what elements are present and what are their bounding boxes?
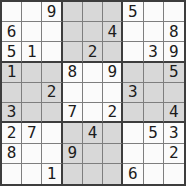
cell-r1c2[interactable]	[22, 2, 42, 22]
cell-r5c2[interactable]	[22, 83, 42, 103]
cell-r7c2[interactable]: 7	[22, 123, 42, 143]
cell-r7c8[interactable]: 5	[144, 123, 164, 143]
cell-r3c6[interactable]	[103, 42, 123, 62]
cell-r5c8[interactable]	[144, 83, 164, 103]
cell-r9c5[interactable]	[83, 164, 103, 184]
cell-r2c7[interactable]	[123, 22, 143, 42]
cell-r5c1[interactable]	[2, 83, 22, 103]
cell-r1c3[interactable]: 9	[42, 2, 62, 22]
cell-r3c7[interactable]	[123, 42, 143, 62]
cell-r6c6[interactable]: 2	[103, 103, 123, 123]
cell-r2c8[interactable]	[144, 22, 164, 42]
cell-r1c8[interactable]	[144, 2, 164, 22]
cell-r6c2[interactable]	[22, 103, 42, 123]
cell-r9c3[interactable]: 1	[42, 164, 62, 184]
cell-r7c9[interactable]: 3	[164, 123, 184, 143]
cell-r8c4[interactable]: 9	[63, 144, 83, 164]
cell-r4c5[interactable]	[83, 63, 103, 83]
cell-r7c5[interactable]: 4	[83, 123, 103, 143]
cell-r6c1[interactable]: 3	[2, 103, 22, 123]
cell-r6c4[interactable]: 7	[63, 103, 83, 123]
cell-r3c4[interactable]	[63, 42, 83, 62]
cell-r6c9[interactable]: 4	[164, 103, 184, 123]
cell-r1c9[interactable]	[164, 2, 184, 22]
cell-r9c7[interactable]: 6	[123, 164, 143, 184]
cell-r3c9[interactable]: 9	[164, 42, 184, 62]
cell-r5c7[interactable]: 3	[123, 83, 143, 103]
cell-r2c6[interactable]: 4	[103, 22, 123, 42]
cell-r9c2[interactable]	[22, 164, 42, 184]
cell-r3c5[interactable]: 2	[83, 42, 103, 62]
cell-r3c2[interactable]: 1	[22, 42, 42, 62]
cell-r6c8[interactable]	[144, 103, 164, 123]
cell-r4c8[interactable]	[144, 63, 164, 83]
cell-r7c4[interactable]	[63, 123, 83, 143]
cell-r9c1[interactable]	[2, 164, 22, 184]
cell-r5c5[interactable]	[83, 83, 103, 103]
cell-r4c2[interactable]	[22, 63, 42, 83]
cell-r4c3[interactable]	[42, 63, 62, 83]
cell-r2c4[interactable]	[63, 22, 83, 42]
cell-r9c6[interactable]	[103, 164, 123, 184]
cell-r4c4[interactable]: 8	[63, 63, 83, 83]
cell-r8c6[interactable]	[103, 144, 123, 164]
cell-r2c2[interactable]	[22, 22, 42, 42]
sudoku-board: 956485123918952337242745389216	[0, 0, 186, 186]
cell-r9c8[interactable]	[144, 164, 164, 184]
cell-r4c9[interactable]: 5	[164, 63, 184, 83]
cell-r3c3[interactable]	[42, 42, 62, 62]
cell-r7c6[interactable]	[103, 123, 123, 143]
cell-r2c5[interactable]	[83, 22, 103, 42]
cell-r4c7[interactable]	[123, 63, 143, 83]
cell-r1c1[interactable]	[2, 2, 22, 22]
sudoku-app: 956485123918952337242745389216	[0, 0, 186, 186]
cell-r1c5[interactable]	[83, 2, 103, 22]
cell-r2c1[interactable]: 6	[2, 22, 22, 42]
cell-r9c4[interactable]	[63, 164, 83, 184]
cell-r8c2[interactable]	[22, 144, 42, 164]
cell-r5c6[interactable]	[103, 83, 123, 103]
cell-r8c3[interactable]	[42, 144, 62, 164]
cell-r3c1[interactable]: 5	[2, 42, 22, 62]
cell-r8c8[interactable]	[144, 144, 164, 164]
cell-r8c7[interactable]	[123, 144, 143, 164]
cell-r9c9[interactable]	[164, 164, 184, 184]
cell-r7c7[interactable]	[123, 123, 143, 143]
cell-r8c9[interactable]: 2	[164, 144, 184, 164]
cell-r5c4[interactable]	[63, 83, 83, 103]
cell-r2c3[interactable]	[42, 22, 62, 42]
cell-r6c7[interactable]	[123, 103, 143, 123]
cell-r6c3[interactable]	[42, 103, 62, 123]
cell-r1c7[interactable]: 5	[123, 2, 143, 22]
cell-r1c6[interactable]	[103, 2, 123, 22]
cell-r3c8[interactable]: 3	[144, 42, 164, 62]
cell-r7c3[interactable]	[42, 123, 62, 143]
cell-r2c9[interactable]: 8	[164, 22, 184, 42]
cell-r1c4[interactable]	[63, 2, 83, 22]
cell-r4c1[interactable]: 1	[2, 63, 22, 83]
cell-r5c3[interactable]: 2	[42, 83, 62, 103]
cell-r7c1[interactable]: 2	[2, 123, 22, 143]
cell-r8c5[interactable]	[83, 144, 103, 164]
cell-r6c5[interactable]	[83, 103, 103, 123]
cell-r8c1[interactable]: 8	[2, 144, 22, 164]
cell-r4c6[interactable]: 9	[103, 63, 123, 83]
cell-r5c9[interactable]	[164, 83, 184, 103]
